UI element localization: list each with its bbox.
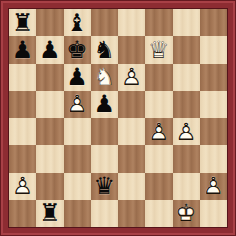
square-d1[interactable] bbox=[91, 200, 118, 227]
square-g6[interactable] bbox=[173, 64, 200, 91]
square-b7[interactable]: ♟ bbox=[36, 36, 63, 63]
square-g5[interactable] bbox=[173, 91, 200, 118]
square-a7[interactable]: ♟ bbox=[9, 36, 36, 63]
chess-board: ♜♝♟♟♚♞♛♕♟♞♘♟♙♟♙♟♟♙♟♙♟♙♛♟♙♜♚♔ bbox=[9, 9, 227, 227]
square-g4[interactable]: ♟♙ bbox=[173, 118, 200, 145]
square-g3[interactable] bbox=[173, 145, 200, 172]
square-f5[interactable] bbox=[145, 91, 172, 118]
square-f1[interactable] bbox=[145, 200, 172, 227]
square-b4[interactable] bbox=[36, 118, 63, 145]
piece-white-pawn-fill: ♟ bbox=[64, 91, 91, 118]
square-g7[interactable] bbox=[173, 36, 200, 63]
square-f3[interactable] bbox=[145, 145, 172, 172]
square-e1[interactable] bbox=[118, 200, 145, 227]
square-c7[interactable]: ♚ bbox=[64, 36, 91, 63]
square-h2[interactable]: ♟♙ bbox=[200, 173, 227, 200]
piece-black-pawn: ♟ bbox=[9, 36, 36, 63]
square-d4[interactable] bbox=[91, 118, 118, 145]
square-a1[interactable] bbox=[9, 200, 36, 227]
square-c4[interactable] bbox=[64, 118, 91, 145]
piece-white-pawn-fill: ♟ bbox=[173, 118, 200, 145]
square-f6[interactable] bbox=[145, 64, 172, 91]
square-b5[interactable] bbox=[36, 91, 63, 118]
square-d2[interactable]: ♛ bbox=[91, 173, 118, 200]
piece-black-knight: ♞ bbox=[91, 36, 118, 63]
square-h8[interactable] bbox=[200, 9, 227, 36]
square-h4[interactable] bbox=[200, 118, 227, 145]
square-c6[interactable]: ♟ bbox=[64, 64, 91, 91]
square-e3[interactable] bbox=[118, 145, 145, 172]
square-f2[interactable] bbox=[145, 173, 172, 200]
square-h6[interactable] bbox=[200, 64, 227, 91]
piece-white-king-fill: ♚ bbox=[173, 200, 200, 227]
square-h3[interactable] bbox=[200, 145, 227, 172]
piece-white-queen-fill: ♛ bbox=[145, 36, 172, 63]
square-d5[interactable]: ♟ bbox=[91, 91, 118, 118]
square-e8[interactable] bbox=[118, 9, 145, 36]
square-a3[interactable] bbox=[9, 145, 36, 172]
piece-white-pawn-fill: ♟ bbox=[118, 64, 145, 91]
piece-white-pawn-fill: ♟ bbox=[200, 173, 227, 200]
square-f8[interactable] bbox=[145, 9, 172, 36]
square-f4[interactable]: ♟♙ bbox=[145, 118, 172, 145]
piece-white-pawn: ♙ bbox=[64, 91, 91, 118]
square-d8[interactable] bbox=[91, 9, 118, 36]
square-h1[interactable] bbox=[200, 200, 227, 227]
square-b6[interactable] bbox=[36, 64, 63, 91]
piece-black-rook: ♜ bbox=[36, 200, 63, 227]
square-c1[interactable] bbox=[64, 200, 91, 227]
square-c3[interactable] bbox=[64, 145, 91, 172]
piece-black-pawn: ♟ bbox=[64, 64, 91, 91]
square-a4[interactable] bbox=[9, 118, 36, 145]
square-d7[interactable]: ♞ bbox=[91, 36, 118, 63]
square-f7[interactable]: ♛♕ bbox=[145, 36, 172, 63]
square-e7[interactable] bbox=[118, 36, 145, 63]
piece-white-pawn-fill: ♟ bbox=[9, 173, 36, 200]
piece-white-knight: ♘ bbox=[91, 64, 118, 91]
piece-white-king: ♔ bbox=[173, 200, 200, 227]
piece-white-pawn: ♙ bbox=[118, 64, 145, 91]
square-h5[interactable] bbox=[200, 91, 227, 118]
square-e2[interactable] bbox=[118, 173, 145, 200]
square-a2[interactable]: ♟♙ bbox=[9, 173, 36, 200]
piece-white-pawn: ♙ bbox=[9, 173, 36, 200]
piece-white-pawn: ♙ bbox=[145, 118, 172, 145]
square-c5[interactable]: ♟♙ bbox=[64, 91, 91, 118]
piece-black-pawn: ♟ bbox=[36, 36, 63, 63]
piece-white-pawn: ♙ bbox=[173, 118, 200, 145]
piece-white-pawn-fill: ♟ bbox=[145, 118, 172, 145]
piece-white-knight-fill: ♞ bbox=[91, 64, 118, 91]
square-d3[interactable] bbox=[91, 145, 118, 172]
square-b2[interactable] bbox=[36, 173, 63, 200]
square-d6[interactable]: ♞♘ bbox=[91, 64, 118, 91]
square-h7[interactable] bbox=[200, 36, 227, 63]
square-e6[interactable]: ♟♙ bbox=[118, 64, 145, 91]
square-b8[interactable] bbox=[36, 9, 63, 36]
square-a8[interactable]: ♜ bbox=[9, 9, 36, 36]
square-b1[interactable]: ♜ bbox=[36, 200, 63, 227]
piece-white-queen: ♕ bbox=[145, 36, 172, 63]
piece-white-pawn: ♙ bbox=[200, 173, 227, 200]
piece-black-bishop: ♝ bbox=[64, 9, 91, 36]
square-e5[interactable] bbox=[118, 91, 145, 118]
square-g1[interactable]: ♚♔ bbox=[173, 200, 200, 227]
chess-board-frame: ♜♝♟♟♚♞♛♕♟♞♘♟♙♟♙♟♟♙♟♙♟♙♛♟♙♜♚♔ bbox=[0, 0, 236, 236]
piece-black-king: ♚ bbox=[64, 36, 91, 63]
piece-black-queen: ♛ bbox=[91, 173, 118, 200]
square-c2[interactable] bbox=[64, 173, 91, 200]
square-g2[interactable] bbox=[173, 173, 200, 200]
square-c8[interactable]: ♝ bbox=[64, 9, 91, 36]
piece-black-rook: ♜ bbox=[9, 9, 36, 36]
square-g8[interactable] bbox=[173, 9, 200, 36]
square-b3[interactable] bbox=[36, 145, 63, 172]
square-a6[interactable] bbox=[9, 64, 36, 91]
square-e4[interactable] bbox=[118, 118, 145, 145]
piece-black-pawn: ♟ bbox=[91, 91, 118, 118]
square-a5[interactable] bbox=[9, 91, 36, 118]
